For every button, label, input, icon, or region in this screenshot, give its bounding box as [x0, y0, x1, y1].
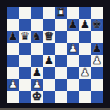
white-pawn: ♟ — [68, 43, 78, 55]
black-pawn: ♟ — [68, 19, 78, 31]
square-g1[interactable] — [79, 91, 91, 103]
square-f5[interactable]: ♟ — [67, 43, 79, 55]
square-e4[interactable] — [55, 55, 67, 67]
square-a2[interactable]: ♟ — [7, 79, 19, 91]
black-knight: ♞ — [32, 31, 42, 43]
square-d5[interactable] — [43, 43, 55, 55]
square-b5[interactable] — [19, 43, 31, 55]
square-d2[interactable] — [43, 79, 55, 91]
white-pawn: ♟ — [92, 55, 102, 67]
square-a1[interactable] — [7, 91, 19, 103]
square-e1[interactable] — [55, 91, 67, 103]
square-c5[interactable] — [31, 43, 43, 55]
square-f7[interactable]: ♟ — [67, 19, 79, 31]
square-a7[interactable] — [7, 19, 19, 31]
square-f1[interactable] — [67, 91, 79, 103]
square-h1[interactable] — [91, 91, 103, 103]
square-d3[interactable] — [43, 67, 55, 79]
square-b6[interactable]: ♛ — [19, 31, 31, 43]
square-h3[interactable] — [91, 67, 103, 79]
white-rook: ♜ — [56, 7, 66, 19]
square-e3[interactable] — [55, 67, 67, 79]
square-a4[interactable] — [7, 55, 19, 67]
square-g8[interactable] — [79, 7, 91, 19]
square-g3[interactable]: ♟ — [79, 67, 91, 79]
square-c8[interactable] — [31, 7, 43, 19]
black-king: ♚ — [92, 19, 102, 31]
square-f6[interactable] — [67, 31, 79, 43]
square-h5[interactable]: ♟ — [91, 43, 103, 55]
white-king: ♚ — [32, 91, 42, 103]
square-b3[interactable] — [19, 67, 31, 79]
square-c6[interactable]: ♞ — [31, 31, 43, 43]
square-h4[interactable]: ♟ — [91, 55, 103, 67]
square-a3[interactable] — [7, 67, 19, 79]
square-b2[interactable] — [19, 79, 31, 91]
black-pawn: ♟ — [8, 31, 18, 43]
square-c3[interactable]: ♟ — [31, 67, 43, 79]
square-f4[interactable] — [67, 55, 79, 67]
square-a6[interactable]: ♟ — [7, 31, 19, 43]
black-pawn: ♟ — [80, 19, 90, 31]
square-h2[interactable] — [91, 79, 103, 91]
square-c2[interactable]: ♟ — [31, 79, 43, 91]
square-h7[interactable]: ♚ — [91, 19, 103, 31]
square-d4[interactable]: ♟ — [43, 55, 55, 67]
square-h6[interactable] — [91, 31, 103, 43]
white-queen: ♛ — [44, 31, 54, 43]
square-d6[interactable]: ♛ — [43, 31, 55, 43]
square-g7[interactable]: ♟ — [79, 19, 91, 31]
square-d7[interactable] — [43, 19, 55, 31]
square-g6[interactable] — [79, 31, 91, 43]
square-h8[interactable] — [91, 7, 103, 19]
white-pawn: ♟ — [8, 79, 18, 91]
black-pawn: ♟ — [32, 67, 42, 79]
chess-board: ♜♟♟♚♟♛♞♛♟♟♟♟♟♟♟♟♚ — [7, 7, 103, 103]
square-e2[interactable] — [55, 79, 67, 91]
white-pawn: ♟ — [32, 79, 42, 91]
square-b4[interactable] — [19, 55, 31, 67]
square-d1[interactable] — [43, 91, 55, 103]
square-e5[interactable] — [55, 43, 67, 55]
square-f3[interactable] — [67, 67, 79, 79]
square-d8[interactable] — [43, 7, 55, 19]
white-pawn: ♟ — [80, 67, 90, 79]
square-e8[interactable]: ♜ — [55, 7, 67, 19]
square-e6[interactable] — [55, 31, 67, 43]
square-g2[interactable] — [79, 79, 91, 91]
square-b7[interactable] — [19, 19, 31, 31]
chess-diagram: ♜♟♟♚♟♛♞♛♟♟♟♟♟♟♟♟♚ — [0, 0, 110, 110]
square-c4[interactable] — [31, 55, 43, 67]
square-c1[interactable]: ♚ — [31, 91, 43, 103]
black-queen: ♛ — [20, 31, 30, 43]
square-f8[interactable] — [67, 7, 79, 19]
square-g5[interactable] — [79, 43, 91, 55]
square-f2[interactable] — [67, 79, 79, 91]
square-b1[interactable] — [19, 91, 31, 103]
square-a5[interactable] — [7, 43, 19, 55]
square-e7[interactable] — [55, 19, 67, 31]
square-a8[interactable] — [7, 7, 19, 19]
square-g4[interactable] — [79, 55, 91, 67]
square-c7[interactable] — [31, 19, 43, 31]
black-pawn: ♟ — [44, 55, 54, 67]
black-pawn: ♟ — [92, 43, 102, 55]
square-b8[interactable] — [19, 7, 31, 19]
